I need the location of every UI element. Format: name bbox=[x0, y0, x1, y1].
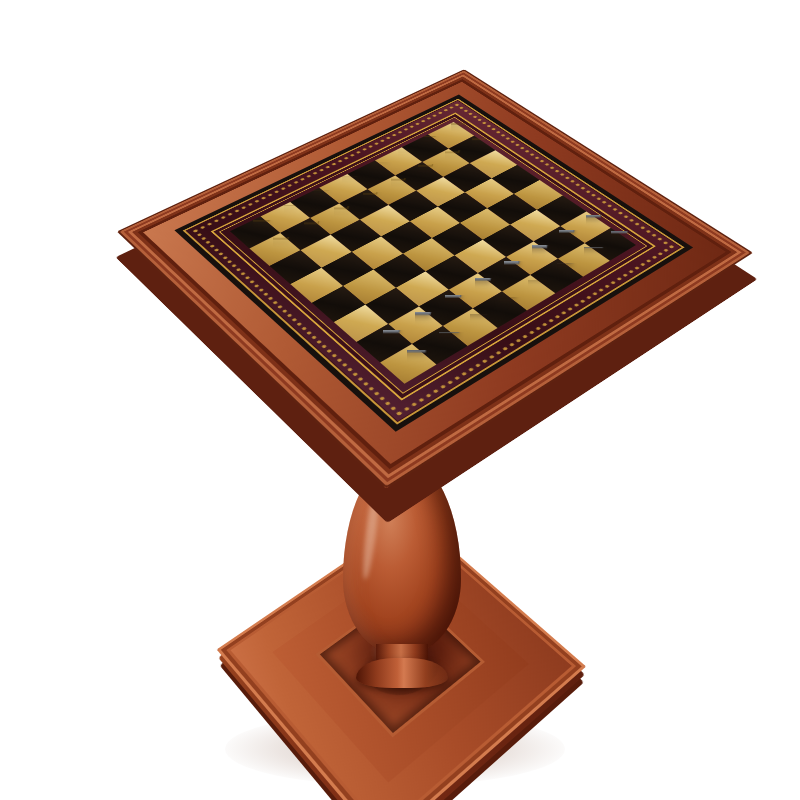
tabletop-wood-frame: ♜♟♟♜♞♟♟♞♝♟♟♝♚♟♟♚♛♟♟♛♝♟♟♝♞♟♟♞♜♟♟♜ bbox=[117, 69, 753, 488]
chess-grid: ♜♟♟♜♞♟♟♞♝♟♟♝♚♟♟♚♛♟♟♛♝♟♟♝♞♟♟♞♜♟♟♜ bbox=[230, 122, 636, 384]
pedestal-foot bbox=[356, 658, 448, 688]
gold-pawn-glyph: ♟ bbox=[227, 196, 319, 247]
scene: ♜♟♟♜♞♟♟♞♝♟♟♝♚♟♟♚♛♟♟♛♝♟♟♝♞♟♟♞♜♟♟♜ bbox=[0, 0, 800, 800]
product-photo-miniature-chess-table: ♜♟♟♜♞♟♟♞♝♟♟♝♚♟♟♚♛♟♟♛♝♟♟♝♞♟♟♞♜♟♟♜ bbox=[0, 0, 800, 800]
silver-rook-glyph: ♜ bbox=[357, 299, 458, 362]
tabletop: ♜♟♟♜♞♟♟♞♝♟♟♝♚♟♟♚♛♟♟♛♝♟♟♝♞♟♟♞♜♟♟♜ bbox=[117, 69, 753, 488]
